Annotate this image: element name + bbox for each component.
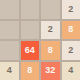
tile-8: 8 <box>41 41 60 60</box>
2048-board[interactable]: 228648248324 <box>0 0 80 80</box>
tile-8: 8 <box>62 21 81 40</box>
tile-2: 2 <box>62 0 81 19</box>
empty-cell <box>21 0 40 19</box>
empty-cell <box>0 41 19 60</box>
tile-4: 4 <box>0 62 19 81</box>
tile-2: 2 <box>41 21 60 40</box>
empty-cell <box>0 21 19 40</box>
tile-8: 8 <box>21 62 40 81</box>
tile-64: 64 <box>21 41 40 60</box>
tile-32: 32 <box>41 62 60 81</box>
tile-2: 2 <box>62 41 81 60</box>
empty-cell <box>41 0 60 19</box>
tile-4: 4 <box>62 62 81 81</box>
empty-cell <box>0 0 19 19</box>
empty-cell <box>21 21 40 40</box>
